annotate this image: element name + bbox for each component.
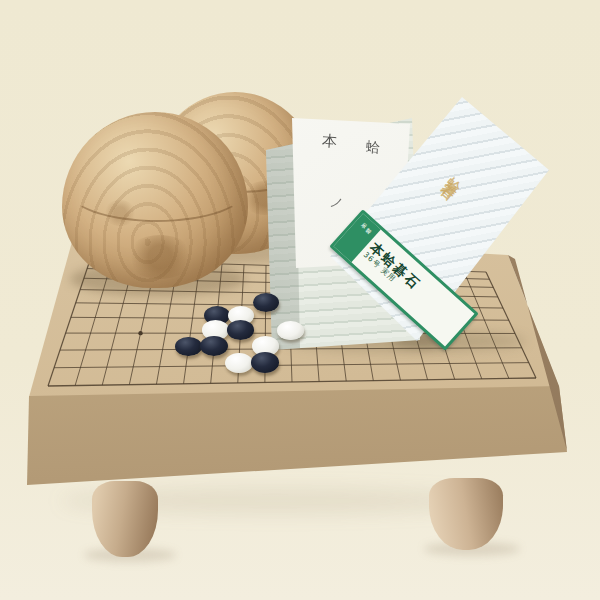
stone-black[interactable] — [253, 293, 279, 312]
product-photo-go-set: 本 蛤 ノ 蛤碁石 日本 特製 本蛤碁石 36号 実用 — [0, 0, 600, 600]
stone-white[interactable] — [277, 321, 304, 341]
stone-black[interactable] — [251, 352, 279, 372]
stone-black[interactable] — [200, 336, 228, 356]
stones-layer — [0, 0, 600, 600]
stone-white[interactable] — [225, 353, 253, 373]
stone-black[interactable] — [175, 337, 203, 357]
stone-black[interactable] — [227, 320, 254, 340]
